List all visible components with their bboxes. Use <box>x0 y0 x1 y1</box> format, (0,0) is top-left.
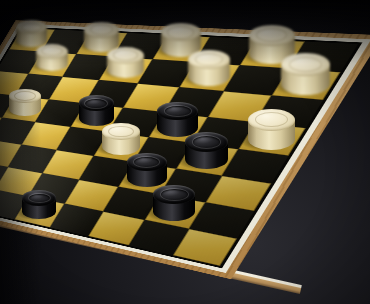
pieces-layer: ⛀⛀⛀⛀⛀⛀⛀⛀⛀⛂⛂⛀⛀⛂⛂⛂⛂ <box>0 0 370 304</box>
checker-piece-cream-c1r3[interactable]: ⛀ <box>9 89 40 116</box>
piece-top: ⛀ <box>9 89 40 104</box>
piece-top: ⛀ <box>84 22 119 38</box>
checker-piece-cream-c3r1[interactable]: ⛀ <box>107 47 144 79</box>
checkers-photo-scene: ⛀⛀⛀⛀⛀⛀⛀⛀⛀⛂⛂⛀⛀⛂⛂⛂⛂ <box>0 0 370 304</box>
checker-piece-black-c6r6[interactable]: ⛂ <box>153 185 195 221</box>
checker-piece-cream-c4r4[interactable]: ⛀ <box>102 123 140 155</box>
piece-top: ⛀ <box>188 50 230 69</box>
piece-top: ⛀ <box>249 25 295 46</box>
piece-top: ⛀ <box>102 123 140 140</box>
checker-piece-black-c3r7[interactable]: ⛂ <box>22 190 56 219</box>
piece-top: ⛂ <box>127 153 167 171</box>
piece-top: ⛀ <box>161 23 201 41</box>
piece-top: ⛀ <box>16 20 47 34</box>
checker-piece-cream-c7r1[interactable]: ⛀ <box>281 53 330 95</box>
piece-top: ⛂ <box>79 95 115 111</box>
piece-top: ⛀ <box>248 109 295 131</box>
checker-piece-cream-c5r1[interactable]: ⛀ <box>188 50 230 86</box>
checker-piece-cream-c1r1[interactable]: ⛀ <box>36 44 68 72</box>
piece-top: ⛂ <box>22 190 56 206</box>
checker-piece-black-c6r4[interactable]: ⛂ <box>185 132 228 169</box>
piece-top: ⛂ <box>153 185 195 204</box>
checker-piece-black-c3r3[interactable]: ⛂ <box>79 95 115 126</box>
piece-top: ⛀ <box>281 53 330 75</box>
checker-piece-black-c5r5[interactable]: ⛂ <box>127 153 167 187</box>
piece-top: ⛂ <box>185 132 228 152</box>
piece-top: ⛂ <box>157 102 198 121</box>
piece-top: ⛀ <box>36 44 68 59</box>
piece-top: ⛀ <box>107 47 144 64</box>
checker-piece-cream-c7r3[interactable]: ⛀ <box>248 109 295 150</box>
